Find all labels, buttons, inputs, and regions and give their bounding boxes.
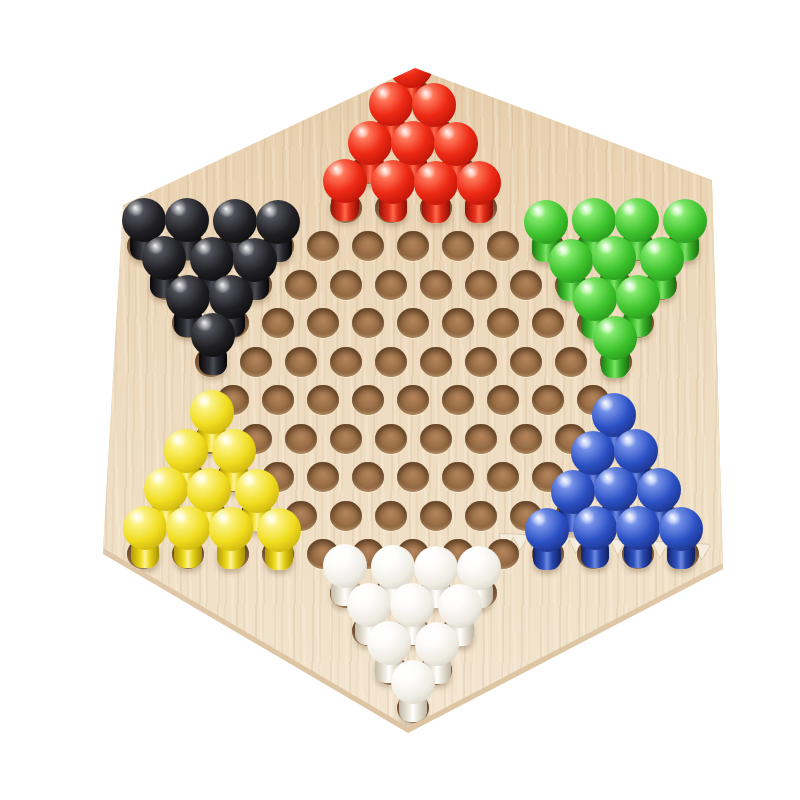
- hole-r8-c6[interactable]: [420, 347, 452, 377]
- red-peg-head: [389, 44, 433, 88]
- hole-r6-c6[interactable]: [375, 270, 407, 300]
- white-peg-head: [323, 544, 367, 588]
- hole-r12-c8[interactable]: [465, 501, 497, 531]
- hole-r9-c3[interactable]: [307, 385, 339, 415]
- hole-r10-c6[interactable]: [420, 424, 452, 454]
- hole-r5-c5[interactable]: [307, 231, 339, 261]
- hole-r10-c4[interactable]: [330, 424, 362, 454]
- hole-r9-c6[interactable]: [442, 385, 474, 415]
- green-peg-head: [524, 200, 568, 244]
- hole-r11-c7[interactable]: [442, 462, 474, 492]
- white-peg-head: [391, 660, 435, 704]
- hole-r11-c5[interactable]: [352, 462, 384, 492]
- black-peg-head: [191, 313, 235, 357]
- hole-r8-c5[interactable]: [375, 347, 407, 377]
- red-peg-head: [348, 121, 392, 165]
- green-peg-head: [592, 236, 636, 280]
- hole-r11-c6[interactable]: [397, 462, 429, 492]
- blue-peg-head: [659, 507, 703, 551]
- hole-r10-c8[interactable]: [510, 424, 542, 454]
- white-peg-head: [415, 622, 459, 666]
- hole-r5-c8[interactable]: [442, 231, 474, 261]
- red-peg-head: [457, 161, 501, 205]
- yellow-peg-head: [257, 508, 301, 552]
- hole-r8-c3[interactable]: [285, 347, 317, 377]
- hole-r6-c5[interactable]: [330, 270, 362, 300]
- yellow-peg-head: [209, 507, 253, 551]
- hole-r9-c2[interactable]: [262, 385, 294, 415]
- blue-peg-head: [525, 508, 569, 552]
- black-peg-head: [142, 236, 186, 280]
- hole-r12-c6[interactable]: [375, 501, 407, 531]
- yellow-peg-head: [144, 467, 188, 511]
- white-peg-head: [371, 545, 415, 589]
- blue-peg-head: [594, 467, 638, 511]
- red-peg-head: [369, 82, 413, 126]
- red-peg-head: [371, 160, 415, 204]
- red-peg-head: [323, 159, 367, 203]
- hole-r11-c4[interactable]: [307, 462, 339, 492]
- hole-r5-c9[interactable]: [487, 231, 519, 261]
- chinese-checkers-board: [0, 0, 800, 800]
- hole-r6-c9[interactable]: [510, 270, 542, 300]
- hole-r7-c5[interactable]: [352, 308, 384, 338]
- black-peg-head: [190, 237, 234, 281]
- hole-r8-c2[interactable]: [240, 347, 272, 377]
- blue-peg-head: [637, 468, 681, 512]
- hole-r10-c7[interactable]: [465, 424, 497, 454]
- black-peg-head: [233, 238, 277, 282]
- hole-r11-c8[interactable]: [487, 462, 519, 492]
- hole-r6-c4[interactable]: [285, 270, 317, 300]
- hole-r8-c9[interactable]: [555, 347, 587, 377]
- hole-r5-c6[interactable]: [352, 231, 384, 261]
- white-peg-head: [438, 584, 482, 628]
- hole-r7-c6[interactable]: [397, 308, 429, 338]
- yellow-peg-head: [123, 506, 167, 550]
- hole-r12-c5[interactable]: [330, 501, 362, 531]
- hole-r7-c8[interactable]: [487, 308, 519, 338]
- yellow-peg-head: [190, 390, 234, 434]
- hole-r5-c7[interactable]: [397, 231, 429, 261]
- hole-r8-c7[interactable]: [465, 347, 497, 377]
- yellow-peg-head: [235, 469, 279, 513]
- blue-peg-head: [573, 506, 617, 550]
- black-peg-head: [256, 200, 300, 244]
- hole-r7-c7[interactable]: [442, 308, 474, 338]
- hole-r6-c8[interactable]: [465, 270, 497, 300]
- hole-r12-c7[interactable]: [420, 501, 452, 531]
- hole-r6-c7[interactable]: [420, 270, 452, 300]
- hole-r9-c8[interactable]: [532, 385, 564, 415]
- yellow-peg-head: [187, 468, 231, 512]
- product-photo: Chinese Checkers (wooden hexagonal peg b…: [0, 0, 800, 800]
- red-peg-head: [414, 161, 458, 205]
- black-peg-head: [122, 198, 166, 242]
- white-peg-head: [347, 583, 391, 627]
- yellow-peg-head: [164, 429, 208, 473]
- hole-r8-c4[interactable]: [330, 347, 362, 377]
- hole-r7-c3[interactable]: [262, 308, 294, 338]
- hole-r8-c8[interactable]: [510, 347, 542, 377]
- hole-r9-c5[interactable]: [397, 385, 429, 415]
- hole-r10-c5[interactable]: [375, 424, 407, 454]
- hole-r7-c9[interactable]: [532, 308, 564, 338]
- green-peg-head: [663, 199, 707, 243]
- hole-r9-c4[interactable]: [352, 385, 384, 415]
- white-peg-head: [414, 546, 458, 590]
- green-peg-head: [640, 237, 684, 281]
- green-peg-head: [572, 198, 616, 242]
- hole-r9-c7[interactable]: [487, 385, 519, 415]
- black-peg-head: [213, 199, 257, 243]
- hole-r10-c3[interactable]: [285, 424, 317, 454]
- red-peg-head: [412, 83, 456, 127]
- hole-r7-c4[interactable]: [307, 308, 339, 338]
- black-peg-head: [166, 275, 210, 319]
- white-peg-head: [367, 621, 411, 665]
- green-peg-head: [616, 275, 660, 319]
- green-peg-head: [549, 239, 593, 283]
- blue-peg-head: [614, 429, 658, 473]
- red-peg-head: [434, 122, 478, 166]
- green-peg-head: [573, 277, 617, 321]
- green-peg-head: [593, 316, 637, 360]
